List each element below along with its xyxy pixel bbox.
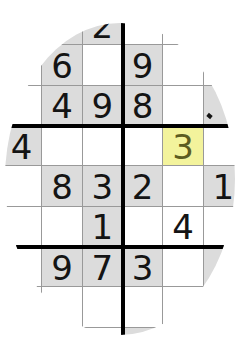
cell-r4c4[interactable] [123,126,163,166]
cell-r3c2[interactable]: 4 [42,86,82,126]
cell-r8c2[interactable] [42,287,82,327]
cell-r3c3[interactable]: 9 [83,86,123,126]
cell-r1c2[interactable] [42,5,82,45]
cell-r6c3[interactable]: 1 [83,207,123,247]
cell-r5c4[interactable]: 2 [123,166,163,206]
cell-r6c4[interactable] [123,207,163,247]
cell-r9c6[interactable] [204,328,240,360]
cell-r9c2[interactable] [42,328,82,360]
cell-r1c5[interactable] [163,5,203,45]
cell-r4c1[interactable]: 4 [2,126,42,166]
cell-r9c4[interactable] [123,328,163,360]
box-border-horizontal-2 [2,245,240,249]
cell-r2c3[interactable] [83,45,123,85]
cell-r8c6[interactable] [204,287,240,327]
cell-r5c3[interactable]: 3 [83,166,123,206]
cell-r4c5[interactable]: 3 [163,126,203,166]
cell-r6c2[interactable] [42,207,82,247]
cell-r1c6[interactable] [204,5,240,45]
sudoku-puzzle-canvas: 26949843832114973 [0,0,240,360]
cell-r4c3[interactable] [83,126,123,166]
cell-r2c2[interactable]: 6 [42,45,82,85]
cell-r5c6[interactable]: 1 [204,166,240,206]
cell-r5c2[interactable]: 8 [42,166,82,206]
cell-r7c6[interactable] [204,247,240,287]
cell-r2c5[interactable] [163,45,203,85]
cell-r6c6[interactable] [204,207,240,247]
cell-r5c1[interactable] [2,166,42,206]
cell-r8c1[interactable] [2,287,42,327]
cell-r3c5[interactable] [163,86,203,126]
cell-r2c6[interactable] [204,45,240,85]
cell-r9c3[interactable] [83,328,123,360]
cell-r8c3[interactable] [83,287,123,327]
box-border-vertical [121,5,125,360]
cell-r1c3[interactable]: 2 [83,5,123,45]
cell-r2c1[interactable] [2,45,42,85]
cell-r7c2[interactable]: 9 [42,247,82,287]
cell-r8c4[interactable] [123,287,163,327]
cell-r2c4[interactable]: 9 [123,45,163,85]
cell-r1c4[interactable] [123,5,163,45]
cell-r6c1[interactable] [2,207,42,247]
cell-r3c6[interactable] [204,86,240,126]
cell-r1c1[interactable] [2,5,42,45]
elliptical-mask: 26949843832114973 [0,0,240,360]
cell-r7c5[interactable] [163,247,203,287]
cell-r7c1[interactable] [2,247,42,287]
box-border-horizontal-1 [2,124,240,128]
cell-r8c5[interactable] [163,287,203,327]
cell-r9c1[interactable] [2,328,42,360]
cell-r4c6[interactable] [204,126,240,166]
cell-r6c5[interactable]: 4 [163,207,203,247]
cell-r9c5[interactable] [163,328,203,360]
cell-r7c3[interactable]: 7 [83,247,123,287]
cell-r7c4[interactable]: 3 [123,247,163,287]
cell-r3c4[interactable]: 8 [123,86,163,126]
cell-r5c5[interactable] [163,166,203,206]
cell-r4c2[interactable] [42,126,82,166]
cell-r3c1[interactable] [2,86,42,126]
